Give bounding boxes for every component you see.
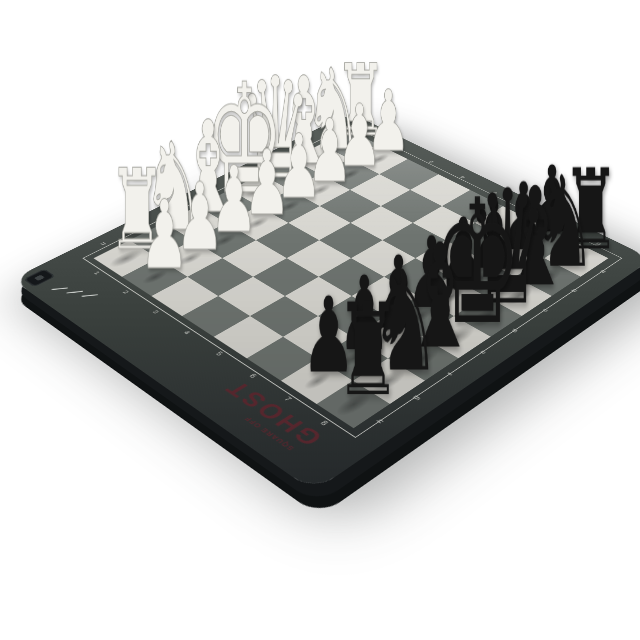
logo-inner-mark xyxy=(34,275,45,281)
chess-board-3d: SQUARE OFF GHOST 1122334455667788hhggffe… xyxy=(12,113,640,492)
product-photo-scene: SQUARE OFF GHOST 1122334455667788hhggffe… xyxy=(0,0,640,640)
